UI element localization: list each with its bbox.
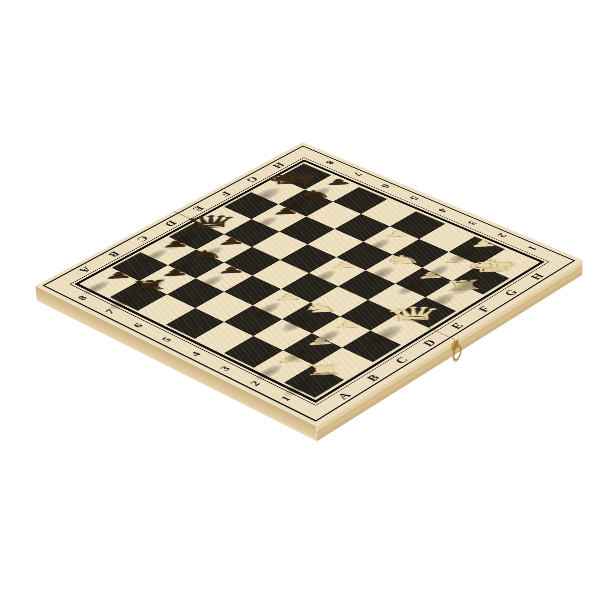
black-knight-c7: ♞ [186, 248, 225, 261]
black-pawn-c8: ♟ [161, 239, 191, 249]
product-photo-stage: AABBCCDDEEFFGGHH1122334455667788 ♟♟♛♚♜♟♞… [0, 0, 600, 600]
file-label-bottom-d: D [420, 338, 440, 348]
rank-label-right-3: 3 [464, 219, 479, 226]
file-label-top-d: D [161, 219, 179, 228]
rank-label-left-5: 5 [159, 336, 175, 344]
rank-label-right-4: 4 [435, 207, 450, 214]
chess-board: AABBCCDDEEFFGGHH1122334455667788 ♟♟♛♚♜♟♞… [35, 142, 582, 426]
file-label-top-g: G [242, 175, 261, 184]
rank-label-left-1: 1 [277, 394, 293, 403]
file-label-top-h: H [269, 161, 287, 170]
black-rook-a7: ♜ [128, 278, 172, 293]
black-pawn-c6: ♟ [217, 265, 247, 275]
rank-label-left-3: 3 [217, 364, 233, 372]
rank-label-left-8: 8 [75, 294, 90, 302]
rank-label-right-5: 5 [406, 195, 421, 202]
white-pawn-h2: ♟ [468, 239, 499, 249]
black-pawn-d7: ♟ [217, 236, 246, 246]
rank-label-left-4: 4 [188, 350, 204, 358]
file-label-top-c: C [133, 234, 151, 243]
brass-clasp [450, 339, 459, 356]
black-knight-g7: ♞ [296, 188, 334, 201]
black-pawn-h7: ♟ [324, 177, 353, 186]
white-knight-f3: ♞ [383, 253, 424, 266]
black-queen-d8: ♛ [182, 212, 240, 231]
white-pawn-e4: ♟ [329, 259, 359, 269]
file-label-bottom-c: C [392, 355, 412, 366]
file-label-top-e: E [189, 204, 207, 213]
rank-label-left-2: 2 [247, 379, 263, 387]
file-label-bottom-g: G [501, 288, 521, 298]
file-label-bottom-e: E [447, 321, 466, 331]
file-label-top-f: F [216, 190, 233, 198]
file-label-top-a: A [75, 265, 94, 274]
file-label-bottom-h: H [527, 272, 547, 282]
rank-label-right-8: 8 [322, 159, 336, 166]
file-label-bottom-a: A [334, 390, 355, 401]
rank-label-right-6: 6 [378, 183, 393, 190]
rank-label-right-1: 1 [524, 245, 540, 252]
white-pawn-g4: ♟ [383, 229, 413, 239]
black-pawn-f7: ♟ [271, 206, 300, 216]
file-label-bottom-f: F [475, 305, 494, 314]
black-king-g8: ♚ [264, 169, 320, 187]
rank-label-left-6: 6 [130, 322, 145, 330]
file-label-top-b: B [104, 249, 122, 258]
rank-label-left-7: 7 [102, 308, 117, 316]
white-king-g1: ♚ [463, 256, 524, 276]
file-label-bottom-b: B [363, 373, 383, 383]
